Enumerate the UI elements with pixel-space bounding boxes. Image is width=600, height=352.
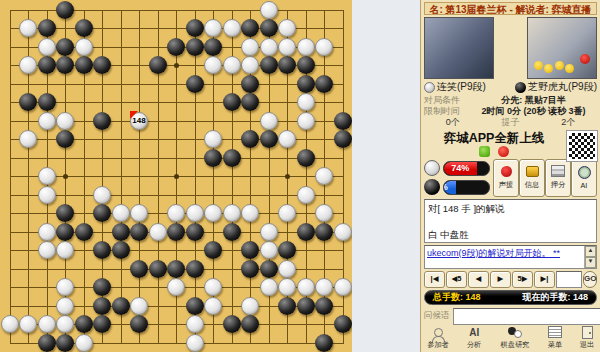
black-stone — [149, 260, 167, 278]
white-stone-icon — [424, 160, 440, 176]
black-stone — [278, 297, 296, 315]
black-stone — [130, 260, 148, 278]
black-stone — [112, 223, 130, 241]
player-names: 连笑(P9段) 芝野虎丸(P9段) — [424, 81, 597, 94]
black-stone — [112, 241, 130, 259]
black-stone — [223, 93, 241, 111]
greeting-row: 问候语 — [424, 308, 597, 324]
white-stone — [297, 93, 315, 111]
white-stone — [186, 204, 204, 222]
black-stone — [75, 56, 93, 74]
grid-line — [10, 195, 344, 196]
rose-icon — [501, 166, 512, 177]
rose-icon — [580, 54, 590, 64]
winrate-section: 74% 26% 声援 信息 押分 — [424, 159, 597, 197]
exit-door-icon — [582, 326, 593, 339]
black-stone — [223, 149, 241, 167]
white-stone — [19, 315, 37, 333]
black-stone — [56, 38, 74, 56]
black-stone — [186, 38, 204, 56]
commentary-box: 对[ 148 手 ]的解说 白 中盘胜 — [424, 199, 597, 243]
nav-back5-button[interactable]: ◀5 — [446, 271, 467, 288]
white-stone — [204, 297, 222, 315]
black-winrate-bar: 26% — [424, 179, 490, 195]
scroll-up-button[interactable]: ▲ — [585, 246, 596, 257]
black-stone — [297, 223, 315, 241]
black-stone — [93, 278, 111, 296]
black-stone — [297, 75, 315, 93]
white-player-photo — [424, 17, 494, 79]
black-winrate-value: 26% — [443, 181, 448, 194]
black-stone — [241, 260, 259, 278]
black-stone — [130, 223, 148, 241]
globe-icon — [578, 166, 591, 179]
white-stone — [223, 204, 241, 222]
analysis-button[interactable]: AI 分析 — [466, 326, 482, 350]
black-stone — [186, 223, 204, 241]
white-stone — [204, 130, 222, 148]
captures-label: 提子 — [482, 116, 540, 129]
black-stone — [241, 130, 259, 148]
black-stone — [56, 204, 74, 222]
black-player-photo — [527, 17, 597, 79]
black-stone — [167, 38, 185, 56]
flower-icon — [544, 64, 553, 73]
black-stone — [167, 260, 185, 278]
captures-row: 0个 提子 2个 — [424, 117, 597, 129]
flower-icon — [534, 61, 543, 70]
ai-icon: AI — [469, 326, 479, 338]
player-photos — [424, 17, 597, 79]
black-stone — [167, 223, 185, 241]
black-stone — [278, 56, 296, 74]
banner-text: 弈城APP全新上线 — [424, 130, 564, 146]
white-stone — [19, 130, 37, 148]
last-move-stone: 148 — [130, 112, 148, 130]
black-stone — [38, 19, 56, 37]
white-stone — [56, 112, 74, 130]
black-stone — [186, 19, 204, 37]
black-stone — [315, 75, 333, 93]
black-stone — [112, 297, 130, 315]
apple-icon — [498, 146, 509, 157]
white-stone — [260, 38, 278, 56]
white-stone — [278, 204, 296, 222]
black-stone — [241, 241, 259, 259]
chat-box: ukecom(9段)的解说对局开始。 ** ▲ ▼ — [424, 245, 597, 269]
move-number-label: 148 — [131, 113, 147, 129]
white-stone — [241, 204, 259, 222]
chat-message-link[interactable]: ukecom(9段)的解说对局开始。 ** — [425, 246, 584, 268]
chat-scrollbar[interactable]: ▲ ▼ — [584, 246, 596, 268]
black-stone — [56, 130, 74, 148]
black-stone — [38, 56, 56, 74]
black-stone — [260, 56, 278, 74]
white-stone — [315, 38, 333, 56]
white-stone — [297, 38, 315, 56]
white-stone — [93, 186, 111, 204]
white-stone — [278, 260, 296, 278]
gift-box-icon — [526, 166, 539, 177]
black-stone — [297, 149, 315, 167]
menu-button[interactable]: 菜单 — [547, 326, 563, 350]
white-stone — [204, 204, 222, 222]
white-stone — [167, 278, 185, 296]
white-stone — [241, 297, 259, 315]
white-stone — [38, 241, 56, 259]
move-count-bar: 总手数: 148 现在的手数: 148 — [424, 290, 597, 305]
white-stone — [334, 223, 352, 241]
white-stone — [1, 315, 19, 333]
white-stone — [223, 19, 241, 37]
black-stone — [93, 56, 111, 74]
white-stone — [38, 186, 56, 204]
black-stone — [204, 241, 222, 259]
black-stone — [38, 334, 56, 352]
white-stone — [38, 167, 56, 185]
info-button[interactable]: 信息 — [519, 159, 545, 197]
black-stone — [75, 315, 93, 333]
menu-icon — [548, 326, 562, 338]
black-stone — [315, 334, 333, 352]
white-stone — [204, 56, 222, 74]
white-stone — [130, 204, 148, 222]
white-stone — [38, 223, 56, 241]
white-winrate-bar: 74% — [424, 160, 490, 176]
white-stone — [38, 315, 56, 333]
black-stone — [334, 315, 352, 333]
white-stone — [260, 241, 278, 259]
white-stone — [278, 19, 296, 37]
person-icon — [434, 328, 443, 337]
total-moves: 总手数: 148 — [433, 291, 481, 304]
current-move: 现在的手数: 148 — [522, 291, 588, 304]
black-stone — [315, 223, 333, 241]
white-stone — [19, 56, 37, 74]
white-stone — [260, 223, 278, 241]
white-stone — [278, 130, 296, 148]
nav-last-button[interactable]: ▶| — [534, 271, 555, 288]
white-stone — [56, 315, 74, 333]
white-stone — [334, 278, 352, 296]
star-point — [174, 63, 179, 68]
board-research-button[interactable]: 棋盘研究 — [499, 326, 531, 350]
black-stone — [241, 93, 259, 111]
black-stone — [75, 19, 93, 37]
black-stone — [186, 75, 204, 93]
black-stone — [260, 19, 278, 37]
black-stone — [260, 260, 278, 278]
black-stone — [93, 315, 111, 333]
greeting-label: 问候语 — [424, 310, 450, 322]
flower-icon — [565, 64, 574, 73]
white-stone — [19, 19, 37, 37]
black-player-name: 芝野虎丸(P9段) — [515, 80, 597, 94]
white-stone — [149, 223, 167, 241]
white-stone — [297, 186, 315, 204]
nav-back-button[interactable]: ◀ — [468, 271, 489, 288]
nav-forward-button[interactable]: ▶ — [490, 271, 511, 288]
nav-forward5-button[interactable]: 5▶ — [512, 271, 533, 288]
black-stone — [93, 112, 111, 130]
black-stone — [149, 56, 167, 74]
scroll-down-button[interactable]: ▼ — [585, 257, 596, 268]
white-stone — [297, 112, 315, 130]
white-stone — [167, 204, 185, 222]
time-limit-row: 限制时间 2时间 0分 (20秒 读秒 3番) — [424, 106, 597, 117]
black-stone — [19, 93, 37, 111]
black-stone — [93, 297, 111, 315]
white-stone — [75, 334, 93, 352]
black-stone — [334, 130, 352, 148]
white-stone — [223, 56, 241, 74]
black-stone-icon — [515, 82, 526, 93]
black-stone — [56, 334, 74, 352]
bottom-toolbar: 参加者 AI 分析 棋盘研究 菜单 退出 — [424, 326, 597, 350]
black-stone — [241, 19, 259, 37]
black-stone — [130, 315, 148, 333]
white-stone — [260, 278, 278, 296]
grid-line — [195, 10, 196, 344]
star-point — [174, 174, 179, 179]
black-stone — [315, 297, 333, 315]
nav-first-button[interactable]: |◀ — [424, 271, 445, 288]
white-stone — [38, 38, 56, 56]
black-stone — [334, 112, 352, 130]
white-stone — [297, 278, 315, 296]
white-stone-icon — [424, 82, 435, 93]
white-stone — [278, 38, 296, 56]
white-player-name: 连笑(P9段) — [424, 80, 486, 94]
black-captures: 2个 — [539, 116, 597, 129]
white-stone — [315, 204, 333, 222]
books-icon — [551, 165, 565, 177]
stones-icon — [508, 327, 522, 338]
black-stone — [223, 315, 241, 333]
black-stone — [278, 241, 296, 259]
star-point — [285, 174, 290, 179]
black-stone — [223, 223, 241, 241]
bet-button[interactable]: 押分 — [545, 159, 571, 197]
white-stone — [75, 38, 93, 56]
black-stone — [297, 56, 315, 74]
black-stone — [186, 260, 204, 278]
white-stone — [56, 278, 74, 296]
black-stone — [93, 241, 111, 259]
white-stone — [56, 241, 74, 259]
exit-button[interactable]: 退出 — [579, 326, 595, 350]
white-stone — [204, 278, 222, 296]
black-stone — [241, 315, 259, 333]
black-stone — [204, 149, 222, 167]
white-captures: 0个 — [424, 116, 482, 129]
white-stone — [315, 167, 333, 185]
black-stone — [297, 297, 315, 315]
white-stone — [260, 1, 278, 19]
white-stone — [186, 334, 204, 352]
white-stone — [130, 297, 148, 315]
participants-button[interactable]: 参加者 — [426, 326, 450, 350]
black-stone — [75, 223, 93, 241]
white-stone — [112, 204, 130, 222]
black-stone-icon — [424, 179, 440, 195]
black-stone — [260, 130, 278, 148]
go-button[interactable]: GO — [583, 271, 597, 288]
black-stone — [56, 56, 74, 74]
go-board[interactable]: 148 — [0, 0, 352, 352]
app-window: 148 名: 第13届春兰杯 - 解说者: 弈城直播 连笑(P9段) 芝野虎丸(… — [0, 0, 600, 352]
star-point — [63, 174, 68, 179]
black-stone — [56, 223, 74, 241]
black-stone — [93, 204, 111, 222]
white-stone — [278, 278, 296, 296]
white-stone — [56, 297, 74, 315]
greeting-input[interactable] — [453, 308, 600, 325]
white-stone — [38, 112, 56, 130]
black-stone — [186, 297, 204, 315]
white-stone — [260, 112, 278, 130]
ai-button[interactable]: AI — [571, 159, 597, 197]
white-stone — [241, 38, 259, 56]
white-stone — [204, 19, 222, 37]
flower-icon — [555, 61, 564, 70]
white-stone — [186, 315, 204, 333]
commentary-line1: 对[ 148 手 ]的解说 — [428, 202, 593, 215]
move-number-input[interactable] — [556, 271, 582, 288]
white-winrate-value: 74% — [451, 162, 469, 175]
white-stone — [241, 56, 259, 74]
black-stone — [56, 1, 74, 19]
cheer-button[interactable]: 声援 — [493, 159, 519, 197]
black-stone — [38, 93, 56, 111]
side-panel: 名: 第13届春兰杯 - 解说者: 弈城直播 连笑(P9段) 芝野虎丸(P9段) — [420, 0, 600, 352]
black-stone — [241, 75, 259, 93]
qr-code — [567, 131, 597, 161]
black-stone — [204, 38, 222, 56]
commentary-line2: 白 中盘胜 — [428, 228, 593, 241]
move-navigation: |◀ ◀5 ◀ ▶ 5▶ ▶| GO — [424, 271, 597, 288]
white-stone — [315, 278, 333, 296]
game-title: 名: 第13届春兰杯 - 解说者: 弈城直播 — [424, 2, 597, 15]
app-banner[interactable]: 弈城APP全新上线 — [424, 130, 597, 157]
android-icon — [479, 146, 490, 157]
